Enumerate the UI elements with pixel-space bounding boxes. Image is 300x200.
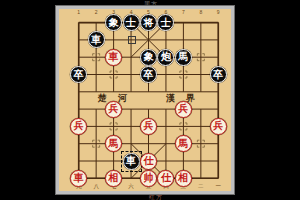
piece-black-elephant[interactable]: 象	[105, 14, 122, 31]
piece-red-chariot[interactable]: 車	[105, 49, 122, 66]
piece-black-soldier[interactable]: 卒	[70, 66, 87, 83]
red-side-label: 红方	[136, 193, 176, 200]
piece-black-soldier[interactable]: 卒	[210, 66, 227, 83]
piece-black-advisor[interactable]: 士	[157, 14, 174, 31]
piece-black-cannon[interactable]: 炮	[157, 49, 174, 66]
piece-black-chariot[interactable]: 車	[88, 31, 105, 48]
piece-red-soldier[interactable]: 兵	[175, 101, 192, 118]
piece-black-horse[interactable]: 馬	[175, 49, 192, 66]
piece-grid[interactable]: 象士将士車車象炮馬卒卒卒兵兵兵兵兵馬馬車仕車相帅仕相	[70, 14, 227, 187]
piece-red-elephant[interactable]: 相	[105, 170, 122, 187]
piece-red-king[interactable]: 帅	[140, 170, 157, 187]
piece-black-advisor[interactable]: 士	[123, 14, 140, 31]
piece-red-chariot[interactable]: 車	[70, 170, 87, 187]
piece-red-horse[interactable]: 馬	[175, 135, 192, 152]
piece-red-elephant[interactable]: 相	[175, 170, 192, 187]
piece-red-advisor[interactable]: 仕	[157, 170, 174, 187]
piece-red-soldier[interactable]: 兵	[105, 101, 122, 118]
piece-red-soldier[interactable]: 兵	[70, 118, 87, 135]
xiangqi-board[interactable]: 123456789 九八七六五四三二一 楚河 漢界 象士将士車車象炮馬卒卒卒兵兵…	[56, 6, 234, 194]
piece-red-soldier[interactable]: 兵	[140, 118, 157, 135]
piece-black-soldier[interactable]: 卒	[140, 66, 157, 83]
piece-black-king[interactable]: 将	[140, 14, 157, 31]
piece-black-chariot[interactable]: 車	[123, 153, 140, 170]
piece-red-horse[interactable]: 馬	[105, 135, 122, 152]
piece-red-soldier[interactable]: 兵	[210, 118, 227, 135]
app-window: 黑方 123456789 九八七六五四三二一 楚河 漢界 象士将士車車象炮馬卒卒…	[0, 0, 300, 200]
piece-black-elephant[interactable]: 象	[140, 49, 157, 66]
piece-red-advisor[interactable]: 仕	[140, 153, 157, 170]
